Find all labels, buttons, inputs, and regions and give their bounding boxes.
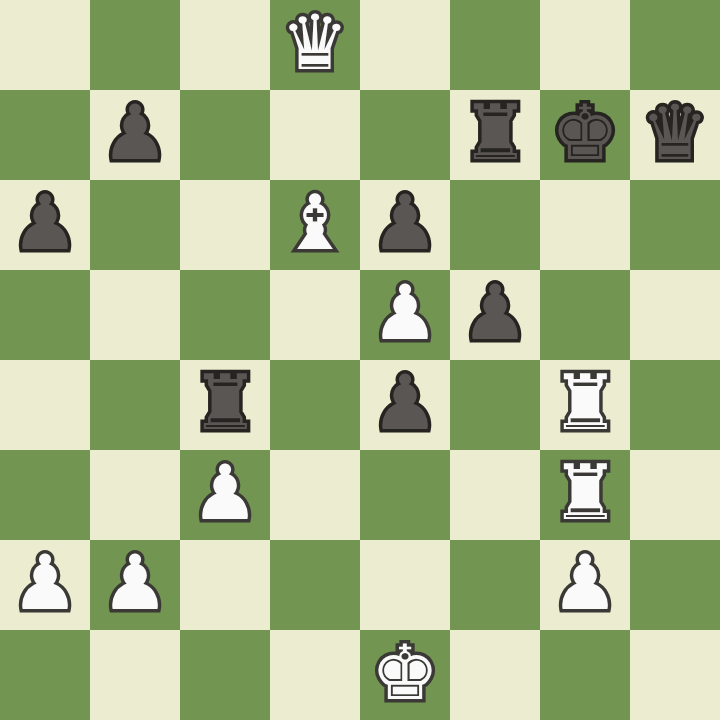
square-a7[interactable]	[0, 90, 90, 180]
square-h3[interactable]	[630, 450, 720, 540]
square-g4[interactable]	[540, 360, 630, 450]
square-b1[interactable]	[90, 630, 180, 720]
square-d1[interactable]	[270, 630, 360, 720]
square-d3[interactable]	[270, 450, 360, 540]
square-e1[interactable]	[360, 630, 450, 720]
black-rook[interactable]	[450, 90, 540, 180]
black-pawn[interactable]	[450, 270, 540, 360]
square-f6[interactable]	[450, 180, 540, 270]
square-e2[interactable]	[360, 540, 450, 630]
square-g1[interactable]	[540, 630, 630, 720]
black-pawn[interactable]	[90, 90, 180, 180]
square-f4[interactable]	[450, 360, 540, 450]
square-d6[interactable]	[270, 180, 360, 270]
chess-board	[0, 0, 720, 720]
square-e6[interactable]	[360, 180, 450, 270]
square-a3[interactable]	[0, 450, 90, 540]
square-c1[interactable]	[180, 630, 270, 720]
square-e8[interactable]	[360, 0, 450, 90]
square-d5[interactable]	[270, 270, 360, 360]
square-f2[interactable]	[450, 540, 540, 630]
square-e7[interactable]	[360, 90, 450, 180]
square-c5[interactable]	[180, 270, 270, 360]
black-pawn[interactable]	[0, 180, 90, 270]
square-c8[interactable]	[180, 0, 270, 90]
square-f7[interactable]	[450, 90, 540, 180]
square-h2[interactable]	[630, 540, 720, 630]
square-b4[interactable]	[90, 360, 180, 450]
square-d7[interactable]	[270, 90, 360, 180]
square-g5[interactable]	[540, 270, 630, 360]
square-a2[interactable]	[0, 540, 90, 630]
square-a8[interactable]	[0, 0, 90, 90]
square-g7[interactable]	[540, 90, 630, 180]
square-a6[interactable]	[0, 180, 90, 270]
square-h8[interactable]	[630, 0, 720, 90]
square-h7[interactable]	[630, 90, 720, 180]
square-f8[interactable]	[450, 0, 540, 90]
square-b8[interactable]	[90, 0, 180, 90]
white-pawn[interactable]	[0, 540, 90, 630]
square-g8[interactable]	[540, 0, 630, 90]
square-b3[interactable]	[90, 450, 180, 540]
square-g2[interactable]	[540, 540, 630, 630]
square-e5[interactable]	[360, 270, 450, 360]
square-e4[interactable]	[360, 360, 450, 450]
square-f1[interactable]	[450, 630, 540, 720]
white-pawn[interactable]	[180, 450, 270, 540]
square-d8[interactable]	[270, 0, 360, 90]
white-rook[interactable]	[540, 450, 630, 540]
square-a1[interactable]	[0, 630, 90, 720]
white-pawn[interactable]	[360, 270, 450, 360]
black-pawn[interactable]	[360, 360, 450, 450]
square-h6[interactable]	[630, 180, 720, 270]
square-c6[interactable]	[180, 180, 270, 270]
square-c3[interactable]	[180, 450, 270, 540]
square-c4[interactable]	[180, 360, 270, 450]
white-queen[interactable]	[270, 0, 360, 90]
square-a5[interactable]	[0, 270, 90, 360]
black-pawn[interactable]	[360, 180, 450, 270]
square-c2[interactable]	[180, 540, 270, 630]
square-g6[interactable]	[540, 180, 630, 270]
white-rook[interactable]	[540, 360, 630, 450]
square-a4[interactable]	[0, 360, 90, 450]
square-c7[interactable]	[180, 90, 270, 180]
square-h5[interactable]	[630, 270, 720, 360]
square-b5[interactable]	[90, 270, 180, 360]
square-d2[interactable]	[270, 540, 360, 630]
square-d4[interactable]	[270, 360, 360, 450]
square-e3[interactable]	[360, 450, 450, 540]
black-rook[interactable]	[180, 360, 270, 450]
black-queen[interactable]	[630, 90, 720, 180]
white-pawn[interactable]	[90, 540, 180, 630]
black-king[interactable]	[540, 90, 630, 180]
square-f5[interactable]	[450, 270, 540, 360]
square-h4[interactable]	[630, 360, 720, 450]
square-b2[interactable]	[90, 540, 180, 630]
square-b6[interactable]	[90, 180, 180, 270]
square-b7[interactable]	[90, 90, 180, 180]
chess-board-container	[0, 0, 720, 720]
white-king[interactable]	[360, 630, 450, 720]
square-f3[interactable]	[450, 450, 540, 540]
white-bishop[interactable]	[270, 180, 360, 270]
white-pawn[interactable]	[540, 540, 630, 630]
square-h1[interactable]	[630, 630, 720, 720]
square-g3[interactable]	[540, 450, 630, 540]
